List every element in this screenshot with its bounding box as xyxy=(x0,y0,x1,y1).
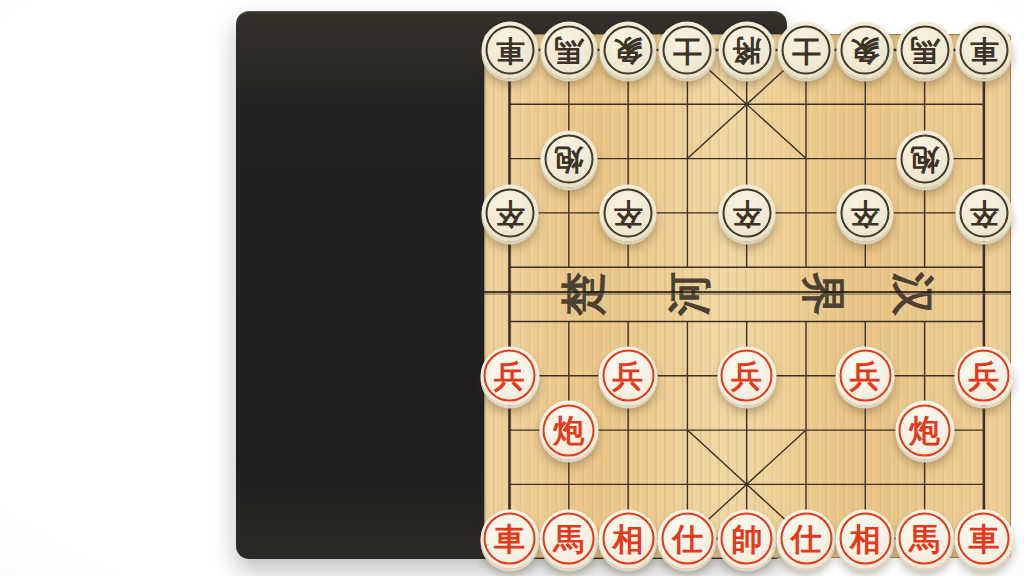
piece-black-cannon[interactable]: 炮 xyxy=(540,130,597,187)
piece-character: 兵 xyxy=(613,360,644,391)
piece-black-horse[interactable]: 馬 xyxy=(540,22,597,79)
piece-character: 車 xyxy=(968,523,999,554)
piece-red-soldier[interactable]: 兵 xyxy=(954,346,1013,405)
piece-character: 馬 xyxy=(909,523,940,554)
piece-black-soldier[interactable]: 卒 xyxy=(955,184,1012,241)
piece-character: 士 xyxy=(792,36,821,65)
piece-black-general[interactable]: 將 xyxy=(718,22,775,79)
xiangqi-board[interactable]: 楚河界汉車馬象士將士象馬車炮炮卒卒卒卒卒兵兵兵兵兵炮炮車馬相仕帥仕相馬車 xyxy=(484,34,1011,558)
piece-black-chariot[interactable]: 車 xyxy=(481,22,538,79)
piece-character: 仕 xyxy=(791,523,822,554)
piece-character: 兵 xyxy=(850,360,881,391)
piece-black-elephant[interactable]: 象 xyxy=(600,22,657,79)
piece-red-soldier[interactable]: 兵 xyxy=(599,346,658,405)
piece-red-elephant[interactable]: 相 xyxy=(599,509,658,568)
piece-black-advisor[interactable]: 士 xyxy=(778,22,835,79)
piece-red-chariot[interactable]: 車 xyxy=(480,509,539,568)
board-fold-seam xyxy=(484,291,1011,295)
piece-black-soldier[interactable]: 卒 xyxy=(718,184,775,241)
piece-black-cannon[interactable]: 炮 xyxy=(896,130,953,187)
piece-character: 車 xyxy=(495,36,524,65)
piece-red-cannon[interactable]: 炮 xyxy=(895,401,954,460)
piece-character: 卒 xyxy=(969,198,998,227)
piece-character: 象 xyxy=(614,36,643,65)
piece-character: 相 xyxy=(613,523,644,554)
piece-character: 士 xyxy=(673,36,702,65)
piece-black-chariot[interactable]: 車 xyxy=(955,22,1012,79)
piece-character: 炮 xyxy=(554,144,583,173)
piece-red-advisor[interactable]: 仕 xyxy=(658,509,717,568)
piece-character: 馬 xyxy=(554,36,583,65)
piece-black-advisor[interactable]: 士 xyxy=(659,22,716,79)
piece-red-horse[interactable]: 馬 xyxy=(539,509,598,568)
piece-character: 馬 xyxy=(910,36,939,65)
board-frame: 楚河界汉車馬象士將士象馬車炮炮卒卒卒卒卒兵兵兵兵兵炮炮車馬相仕帥仕相馬車 xyxy=(236,11,787,559)
piece-black-horse[interactable]: 馬 xyxy=(896,22,953,79)
piece-character: 車 xyxy=(494,523,525,554)
piece-red-advisor[interactable]: 仕 xyxy=(777,509,836,568)
piece-character: 炮 xyxy=(910,144,939,173)
piece-black-soldier[interactable]: 卒 xyxy=(481,184,538,241)
piece-red-general[interactable]: 帥 xyxy=(717,509,776,568)
piece-red-soldier[interactable]: 兵 xyxy=(836,346,895,405)
piece-black-soldier[interactable]: 卒 xyxy=(600,184,657,241)
piece-character: 相 xyxy=(850,523,881,554)
piece-red-horse[interactable]: 馬 xyxy=(895,509,954,568)
piece-red-cannon[interactable]: 炮 xyxy=(539,401,598,460)
piece-character: 兵 xyxy=(968,360,999,391)
piece-character: 卒 xyxy=(495,198,524,227)
piece-character: 馬 xyxy=(553,523,584,554)
piece-red-elephant[interactable]: 相 xyxy=(836,509,895,568)
piece-character: 車 xyxy=(969,36,998,65)
piece-character: 卒 xyxy=(614,198,643,227)
piece-black-soldier[interactable]: 卒 xyxy=(837,184,894,241)
piece-character: 帥 xyxy=(731,523,762,554)
piece-character: 炮 xyxy=(553,415,584,446)
piece-character: 兵 xyxy=(731,360,762,391)
piece-red-soldier[interactable]: 兵 xyxy=(480,346,539,405)
piece-character: 卒 xyxy=(851,198,880,227)
photo-background: 楚河界汉車馬象士將士象馬車炮炮卒卒卒卒卒兵兵兵兵兵炮炮車馬相仕帥仕相馬車 xyxy=(0,0,1024,576)
piece-red-chariot[interactable]: 車 xyxy=(954,509,1013,568)
piece-character: 將 xyxy=(732,36,761,65)
piece-character: 象 xyxy=(851,36,880,65)
piece-character: 兵 xyxy=(494,360,525,391)
piece-character: 卒 xyxy=(732,198,761,227)
piece-black-elephant[interactable]: 象 xyxy=(837,22,894,79)
piece-red-soldier[interactable]: 兵 xyxy=(717,346,776,405)
piece-character: 仕 xyxy=(672,523,703,554)
piece-character: 炮 xyxy=(909,415,940,446)
